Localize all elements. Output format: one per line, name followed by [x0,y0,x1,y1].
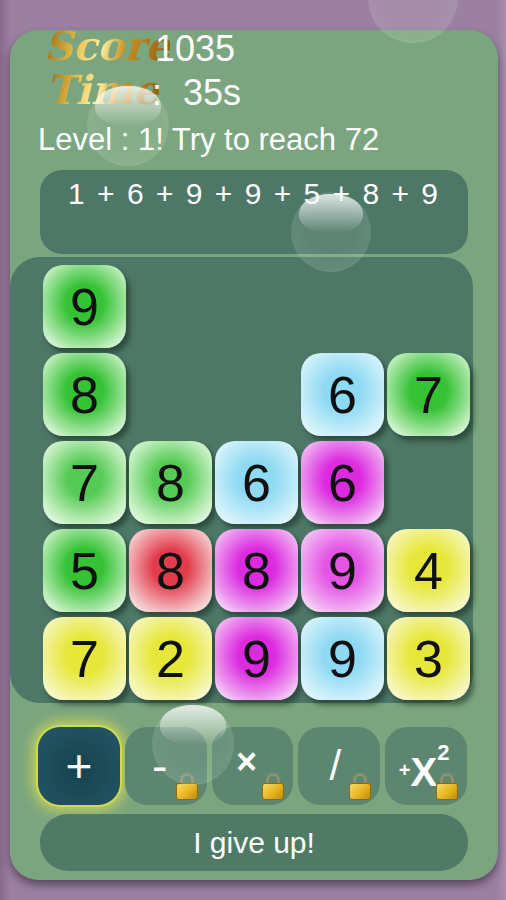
tile-r4c1[interactable]: 5 [43,529,126,612]
padlock-icon [436,773,458,800]
expression-bar: 1 + 6 + 9 + 9 + 5 + 8 + 9 [40,170,468,254]
tile-value: 9 [328,633,357,685]
tile-r3c1[interactable]: 7 [43,441,126,524]
tile-value: 7 [414,369,443,421]
padlock-icon [176,773,198,800]
tile-grid: 986778665889472993 [43,265,470,700]
op-button-multiply[interactable]: × [212,727,294,805]
op-symbol-multiply: × [236,741,257,783]
give-up-button[interactable]: I give up! [40,814,468,871]
tile-value: 2 [156,633,185,685]
tile-value: 4 [414,545,443,597]
operations-bar: +-×/+X2 [38,727,467,805]
tile-r3c4[interactable]: 6 [301,441,384,524]
op-button-subtract[interactable]: - [125,727,207,805]
tile-value: 7 [70,633,99,685]
op-symbol-subtract: - [152,739,167,793]
tile-r4c5[interactable]: 4 [387,529,470,612]
tile-r3c3[interactable]: 6 [215,441,298,524]
op-symbol-divide: / [329,742,341,790]
give-up-label: I give up! [193,826,315,860]
tile-value: 9 [70,281,99,333]
tile-value: 9 [242,633,271,685]
tile-r4c3[interactable]: 8 [215,529,298,612]
tile-value: 7 [70,457,99,509]
tile-r2c4[interactable]: 6 [301,353,384,436]
op-symbol-add: + [65,739,92,793]
tile-r4c4[interactable]: 9 [301,529,384,612]
tile-r4c2[interactable]: 8 [129,529,212,612]
tile-value: 6 [328,457,357,509]
level-text: Level : 1! Try to reach 72 [38,122,379,158]
tile-value: 8 [156,457,185,509]
tile-r5c2[interactable]: 2 [129,617,212,700]
tile-r2c1[interactable]: 8 [43,353,126,436]
game-screen: Score 1035 Time : 35s Level : 1! Try to … [0,0,506,900]
tile-value: 6 [328,369,357,421]
score-value: 1035 [155,28,235,70]
tile-r5c4[interactable]: 9 [301,617,384,700]
op-button-divide[interactable]: / [298,727,380,805]
expression-text: 1 + 6 + 9 + 9 + 5 + 8 + 9 [68,177,440,210]
tile-r5c5[interactable]: 3 [387,617,470,700]
time-label: Time [46,66,159,113]
tile-value: 3 [414,633,443,685]
time-separator: : [152,72,162,114]
tile-value: 9 [328,545,357,597]
padlock-icon [262,773,284,800]
board-panel: 986778665889472993 [10,257,473,703]
score-label: Score [44,22,170,69]
tile-value: 5 [70,545,99,597]
tile-value: 8 [242,545,271,597]
tile-value: 8 [156,545,185,597]
tile-r1c1[interactable]: 9 [43,265,126,348]
tile-r2c5[interactable]: 7 [387,353,470,436]
tile-r3c2[interactable]: 8 [129,441,212,524]
op-button-add[interactable]: + [38,727,120,805]
tile-value: 6 [242,457,271,509]
tile-r5c1[interactable]: 7 [43,617,126,700]
tile-value: 8 [70,369,99,421]
padlock-icon [349,773,371,800]
tile-r5c3[interactable]: 9 [215,617,298,700]
time-value: 35s [183,72,241,114]
op-button-power[interactable]: +X2 [385,727,467,805]
